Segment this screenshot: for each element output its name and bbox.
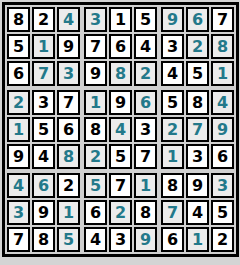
cell-r6c4[interactable]: 2 xyxy=(84,144,107,169)
cell-r3c5[interactable]: 8 xyxy=(109,61,132,86)
cell-r9c1: 7 xyxy=(7,227,30,252)
cell-r5c7[interactable]: 2 xyxy=(161,117,184,142)
board-wrapper: 8245196733157649829673284512371569481968… xyxy=(0,0,240,257)
cell-r5c9[interactable]: 9 xyxy=(211,117,234,142)
cell-r1c8[interactable]: 6 xyxy=(186,7,209,32)
cell-r2c1: 5 xyxy=(7,34,30,59)
sudoku-board: 8245196733157649829673284512371569481968… xyxy=(2,2,239,257)
cell-r6c5: 5 xyxy=(109,144,132,169)
cell-r5c3: 6 xyxy=(57,117,80,142)
cell-r8c4: 6 xyxy=(84,200,107,225)
cell-r7c9[interactable]: 3 xyxy=(211,173,234,198)
cell-r3c8: 5 xyxy=(186,61,209,86)
cell-r3c7: 4 xyxy=(161,61,184,86)
cell-r5c2: 5 xyxy=(32,117,55,142)
box-3: 967328451 xyxy=(161,7,234,86)
cell-r2c8[interactable]: 2 xyxy=(186,34,209,59)
cell-r3c4: 9 xyxy=(84,61,107,86)
cell-r8c6: 8 xyxy=(134,200,157,225)
cell-r2c4: 7 xyxy=(84,34,107,59)
cell-r3c9[interactable]: 1 xyxy=(211,61,234,86)
cell-r1c9: 7 xyxy=(211,7,234,32)
cell-r9c4: 4 xyxy=(84,227,107,252)
cell-r9c2: 8 xyxy=(32,227,55,252)
cell-r1c3[interactable]: 4 xyxy=(57,7,80,32)
page: { "game": "sudoku", "position": { "solut… xyxy=(0,0,240,265)
cell-r1c4[interactable]: 3 xyxy=(84,7,107,32)
cell-r5c8[interactable]: 7 xyxy=(186,117,209,142)
cell-r6c6: 7 xyxy=(134,144,157,169)
cell-r6c7[interactable]: 1 xyxy=(161,144,184,169)
cell-r1c1: 8 xyxy=(7,7,30,32)
cell-r9c9: 2 xyxy=(211,227,234,252)
cell-r4c5: 9 xyxy=(109,90,132,115)
cell-r9c3[interactable]: 5 xyxy=(57,227,80,252)
cell-r1c7[interactable]: 9 xyxy=(161,7,184,32)
cell-r4c8: 8 xyxy=(186,90,209,115)
cell-r3c1: 6 xyxy=(7,61,30,86)
cell-r7c6[interactable]: 1 xyxy=(134,173,157,198)
cell-r8c2: 9 xyxy=(32,200,55,225)
cell-r7c5: 7 xyxy=(109,173,132,198)
box-1: 824519673 xyxy=(7,7,80,86)
cell-r8c8: 4 xyxy=(186,200,209,225)
cell-r7c3: 2 xyxy=(57,173,80,198)
cell-r5c1[interactable]: 1 xyxy=(7,117,30,142)
cell-r4c3: 7 xyxy=(57,90,80,115)
cell-r3c6[interactable]: 2 xyxy=(134,61,157,86)
cell-r4c6[interactable]: 6 xyxy=(134,90,157,115)
cell-r8c3[interactable]: 1 xyxy=(57,200,80,225)
cell-r4c1[interactable]: 2 xyxy=(7,90,30,115)
cell-r2c5: 6 xyxy=(109,34,132,59)
cell-r6c8: 3 xyxy=(186,144,209,169)
cell-r8c1[interactable]: 3 xyxy=(7,200,30,225)
cell-r5c4: 8 xyxy=(84,117,107,142)
cell-r8c5[interactable]: 2 xyxy=(109,200,132,225)
cell-r2c2[interactable]: 1 xyxy=(32,34,55,59)
cell-r4c9[interactable]: 4 xyxy=(211,90,234,115)
box-8: 571628439 xyxy=(84,173,157,252)
cell-r9c6[interactable]: 9 xyxy=(134,227,157,252)
cell-r7c2[interactable]: 6 xyxy=(32,173,55,198)
cell-r2c3: 9 xyxy=(57,34,80,59)
cell-r6c9: 6 xyxy=(211,144,234,169)
cell-r2c6: 4 xyxy=(134,34,157,59)
cell-r2c9[interactable]: 8 xyxy=(211,34,234,59)
cell-r1c6: 5 xyxy=(134,7,157,32)
cell-r8c9: 5 xyxy=(211,200,234,225)
cell-r6c1: 9 xyxy=(7,144,30,169)
box-2: 315764982 xyxy=(84,7,157,86)
cell-r7c1[interactable]: 4 xyxy=(7,173,30,198)
cell-r9c7: 6 xyxy=(161,227,184,252)
cell-r1c2: 2 xyxy=(32,7,55,32)
cell-r3c2[interactable]: 7 xyxy=(32,61,55,86)
cell-r6c3[interactable]: 8 xyxy=(57,144,80,169)
cell-r7c4[interactable]: 5 xyxy=(84,173,107,198)
box-5: 196843257 xyxy=(84,90,157,169)
cell-r7c8: 9 xyxy=(186,173,209,198)
cell-r9c8[interactable]: 1 xyxy=(186,227,209,252)
cell-r4c2: 3 xyxy=(32,90,55,115)
cell-r9c5: 3 xyxy=(109,227,132,252)
cell-r4c7: 5 xyxy=(161,90,184,115)
cell-r3c3[interactable]: 3 xyxy=(57,61,80,86)
cell-r8c7[interactable]: 7 xyxy=(161,200,184,225)
box-6: 584279136 xyxy=(161,90,234,169)
cell-r1c5: 1 xyxy=(109,7,132,32)
cell-r4c4[interactable]: 1 xyxy=(84,90,107,115)
box-9: 893745612 xyxy=(161,173,234,252)
cell-r2c7: 3 xyxy=(161,34,184,59)
cell-r5c6: 3 xyxy=(134,117,157,142)
cell-r6c2: 4 xyxy=(32,144,55,169)
box-7: 462391785 xyxy=(7,173,80,252)
cell-r5c5[interactable]: 4 xyxy=(109,117,132,142)
box-4: 237156948 xyxy=(7,90,80,169)
cell-r7c7: 8 xyxy=(161,173,184,198)
